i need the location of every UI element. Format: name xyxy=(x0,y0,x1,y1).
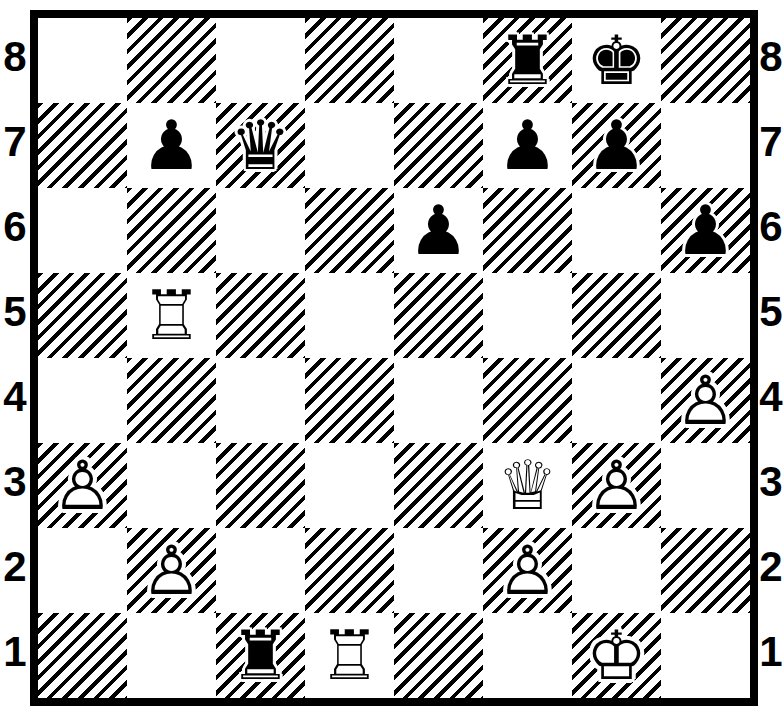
square-g5[interactable] xyxy=(572,273,661,358)
white-pawn-a3: ♟♙ xyxy=(52,443,113,528)
square-b6[interactable] xyxy=(127,188,216,273)
piece-glyph-fill: ♜ xyxy=(141,276,202,355)
square-a6[interactable] xyxy=(38,188,127,273)
rank-label-left-2: 2 xyxy=(0,524,30,609)
square-b4[interactable] xyxy=(127,358,216,443)
rank-label-right-6: 6 xyxy=(758,184,784,269)
square-g2[interactable] xyxy=(572,528,661,613)
piece-glyph-fill: ♟ xyxy=(141,106,202,185)
square-e6[interactable]: ♟ xyxy=(394,188,483,273)
piece-glyph-fill: ♟ xyxy=(497,106,558,185)
piece-glyph-fill: ♛ xyxy=(497,446,558,525)
piece-glyph-fill: ♚ xyxy=(586,21,647,100)
rank-label-right-1: 1 xyxy=(758,609,784,694)
square-e5[interactable] xyxy=(394,273,483,358)
square-d6[interactable] xyxy=(305,188,394,273)
square-h2[interactable] xyxy=(661,528,750,613)
square-b3[interactable] xyxy=(127,443,216,528)
square-h1[interactable] xyxy=(661,613,750,698)
square-c5[interactable] xyxy=(216,273,305,358)
piece-glyph-fill: ♚ xyxy=(586,616,647,695)
piece-glyph-fill: ♟ xyxy=(408,191,469,270)
square-e8[interactable] xyxy=(394,18,483,103)
piece-glyph-fill: ♟ xyxy=(52,446,113,525)
rank-label-right-5: 5 xyxy=(758,269,784,354)
square-g3[interactable]: ♟♙ xyxy=(572,443,661,528)
piece-glyph-fill: ♟ xyxy=(675,191,736,270)
piece-glyph-fill: ♛ xyxy=(230,106,291,185)
piece-glyph-fill: ♟ xyxy=(497,531,558,610)
square-f2[interactable]: ♟♙ xyxy=(483,528,572,613)
piece-glyph-fill: ♟ xyxy=(141,531,202,610)
white-pawn-b2: ♟♙ xyxy=(141,528,202,613)
square-a2[interactable] xyxy=(38,528,127,613)
piece-glyph-fill: ♟ xyxy=(675,361,736,440)
rank-labels-left: 87654321 xyxy=(0,18,30,698)
white-king-g1: ♚♔ xyxy=(586,613,647,698)
square-c6[interactable] xyxy=(216,188,305,273)
rank-label-right-2: 2 xyxy=(758,524,784,609)
square-h8[interactable] xyxy=(661,18,750,103)
square-b8[interactable] xyxy=(127,18,216,103)
square-d4[interactable] xyxy=(305,358,394,443)
square-a3[interactable]: ♟♙ xyxy=(38,443,127,528)
square-c1[interactable]: ♜ xyxy=(216,613,305,698)
white-rook-d1: ♜♖ xyxy=(319,613,380,698)
rank-label-right-8: 8 xyxy=(758,14,784,99)
square-a5[interactable] xyxy=(38,273,127,358)
square-h5[interactable] xyxy=(661,273,750,358)
square-c2[interactable] xyxy=(216,528,305,613)
square-f5[interactable] xyxy=(483,273,572,358)
square-c8[interactable] xyxy=(216,18,305,103)
black-rook-c1: ♜ xyxy=(230,613,291,698)
rank-label-left-8: 8 xyxy=(0,14,30,99)
rank-label-left-3: 3 xyxy=(0,439,30,524)
white-queen-f3: ♛♕ xyxy=(497,443,558,528)
white-pawn-h4: ♟♙ xyxy=(675,358,736,443)
black-pawn-h6: ♟ xyxy=(675,188,736,273)
black-pawn-b7: ♟ xyxy=(141,103,202,188)
black-pawn-e6: ♟ xyxy=(408,188,469,273)
chess-board: ♜♚♟♛♟♟♟♟♜♖♟♙♟♙♛♕♟♙♟♙♟♙♜♜♖♚♔ xyxy=(30,10,758,706)
square-c3[interactable] xyxy=(216,443,305,528)
square-d7[interactable] xyxy=(305,103,394,188)
square-g8[interactable]: ♚ xyxy=(572,18,661,103)
square-e7[interactable] xyxy=(394,103,483,188)
square-f7[interactable]: ♟ xyxy=(483,103,572,188)
square-g4[interactable] xyxy=(572,358,661,443)
rank-label-left-5: 5 xyxy=(0,269,30,354)
rank-labels-right: 87654321 xyxy=(758,18,784,698)
square-d8[interactable] xyxy=(305,18,394,103)
square-c7[interactable]: ♛ xyxy=(216,103,305,188)
square-a7[interactable] xyxy=(38,103,127,188)
square-a8[interactable] xyxy=(38,18,127,103)
square-d5[interactable] xyxy=(305,273,394,358)
square-g1[interactable]: ♚♔ xyxy=(572,613,661,698)
square-e2[interactable] xyxy=(394,528,483,613)
square-f1[interactable] xyxy=(483,613,572,698)
square-f8[interactable]: ♜ xyxy=(483,18,572,103)
square-a4[interactable] xyxy=(38,358,127,443)
black-pawn-g7: ♟ xyxy=(586,103,647,188)
rank-label-right-7: 7 xyxy=(758,99,784,184)
square-b1[interactable] xyxy=(127,613,216,698)
white-pawn-f2: ♟♙ xyxy=(497,528,558,613)
rank-label-left-7: 7 xyxy=(0,99,30,184)
rank-label-right-4: 4 xyxy=(758,354,784,439)
white-pawn-g3: ♟♙ xyxy=(586,443,647,528)
black-rook-f8: ♜ xyxy=(497,18,558,103)
chess-diagram-page: 87654321 ♜♚♟♛♟♟♟♟♜♖♟♙♟♙♛♕♟♙♟♙♟♙♜♜♖♚♔ 876… xyxy=(0,0,784,725)
square-e4[interactable] xyxy=(394,358,483,443)
rank-label-left-1: 1 xyxy=(0,609,30,694)
square-b7[interactable]: ♟ xyxy=(127,103,216,188)
square-g7[interactable]: ♟ xyxy=(572,103,661,188)
square-d2[interactable] xyxy=(305,528,394,613)
square-b2[interactable]: ♟♙ xyxy=(127,528,216,613)
square-f6[interactable] xyxy=(483,188,572,273)
rank-label-right-3: 3 xyxy=(758,439,784,524)
rank-label-left-6: 6 xyxy=(0,184,30,269)
square-d3[interactable] xyxy=(305,443,394,528)
square-f3[interactable]: ♛♕ xyxy=(483,443,572,528)
black-king-g8: ♚ xyxy=(586,18,647,103)
square-d1[interactable]: ♜♖ xyxy=(305,613,394,698)
square-f4[interactable] xyxy=(483,358,572,443)
square-h3[interactable] xyxy=(661,443,750,528)
square-e3[interactable] xyxy=(394,443,483,528)
piece-glyph-fill: ♜ xyxy=(230,616,291,695)
square-e1[interactable] xyxy=(394,613,483,698)
square-c4[interactable] xyxy=(216,358,305,443)
rank-label-left-4: 4 xyxy=(0,354,30,439)
black-pawn-f7: ♟ xyxy=(497,103,558,188)
square-h7[interactable] xyxy=(661,103,750,188)
square-g6[interactable] xyxy=(572,188,661,273)
square-b5[interactable]: ♜♖ xyxy=(127,273,216,358)
piece-glyph-fill: ♜ xyxy=(319,616,380,695)
piece-glyph-fill: ♟ xyxy=(586,446,647,525)
square-h6[interactable]: ♟ xyxy=(661,188,750,273)
piece-glyph-fill: ♟ xyxy=(586,106,647,185)
piece-glyph-fill: ♜ xyxy=(497,21,558,100)
square-a1[interactable] xyxy=(38,613,127,698)
white-rook-b5: ♜♖ xyxy=(141,273,202,358)
square-h4[interactable]: ♟♙ xyxy=(661,358,750,443)
black-queen-c7: ♛ xyxy=(230,103,291,188)
